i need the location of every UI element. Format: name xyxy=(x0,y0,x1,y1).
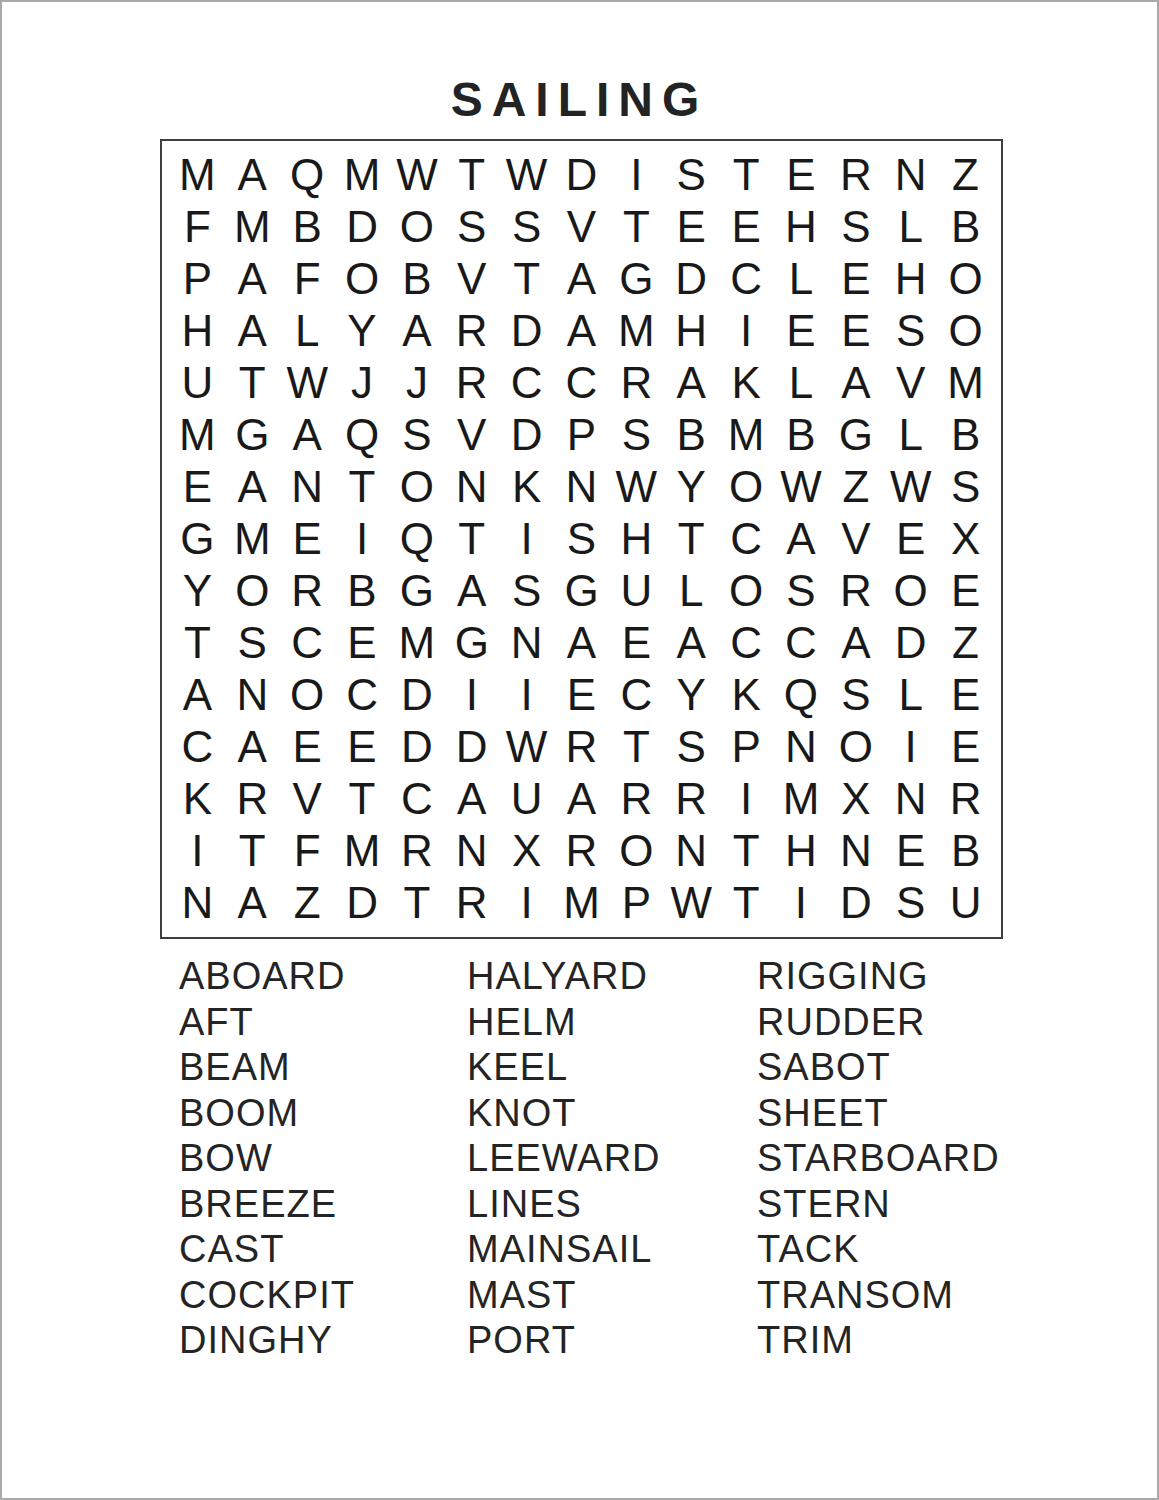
grid-cell: R xyxy=(938,773,993,825)
grid-cell: S xyxy=(664,149,719,201)
grid-cell: I xyxy=(499,669,554,721)
grid-cell: E xyxy=(280,721,335,773)
word-list-column-3: RIGGINGRUDDERSABOTSHEETSTARBOARDSTERNTAC… xyxy=(757,954,1000,1364)
grid-cell: C xyxy=(499,357,554,409)
grid-cell: B xyxy=(938,825,993,877)
grid-cell: T xyxy=(225,357,280,409)
grid-cell: C xyxy=(609,669,664,721)
grid-cell: U xyxy=(499,773,554,825)
grid-cell: Y xyxy=(170,565,225,617)
grid-cell: A xyxy=(225,721,280,773)
grid-cell: O xyxy=(280,669,335,721)
grid-cell: M xyxy=(389,617,444,669)
grid-cell: T xyxy=(664,513,719,565)
grid-cell: G xyxy=(225,409,280,461)
grid-cell: K xyxy=(719,357,774,409)
grid-cell: C xyxy=(719,513,774,565)
grid-cell: V xyxy=(883,357,938,409)
grid-cell: U xyxy=(170,357,225,409)
grid-cell: V xyxy=(280,773,335,825)
grid-cell: C xyxy=(719,253,774,305)
grid-cell: B xyxy=(280,201,335,253)
grid-cell: E xyxy=(774,149,829,201)
grid-cell: S xyxy=(774,565,829,617)
word-list-item: TRIM xyxy=(757,1318,1000,1364)
grid-cell: G xyxy=(828,409,883,461)
grid-cell: L xyxy=(883,409,938,461)
grid-cell: D xyxy=(883,617,938,669)
grid-cell: A xyxy=(225,253,280,305)
grid-cell: A xyxy=(225,877,280,929)
grid-cell: R xyxy=(609,773,664,825)
grid-cell: I xyxy=(719,305,774,357)
grid-cell: T xyxy=(609,201,664,253)
grid-cell: V xyxy=(828,513,883,565)
grid-cell: O xyxy=(225,565,280,617)
word-list-item: CAST xyxy=(179,1227,467,1273)
grid-cell: S xyxy=(883,877,938,929)
word-list-item: SABOT xyxy=(757,1045,1000,1091)
grid-cell: T xyxy=(444,513,499,565)
grid-cell: T xyxy=(719,149,774,201)
grid-cell: I xyxy=(719,773,774,825)
word-list-item: KNOT xyxy=(467,1091,757,1137)
grid-cell: R xyxy=(609,357,664,409)
word-list-item: HELM xyxy=(467,1000,757,1046)
grid-cell: E xyxy=(664,201,719,253)
grid-cell: U xyxy=(609,565,664,617)
grid-cell: C xyxy=(170,721,225,773)
grid-cell: A xyxy=(280,409,335,461)
word-list-item: BREEZE xyxy=(179,1182,467,1228)
grid-cell: Q xyxy=(389,513,444,565)
grid-cell: V xyxy=(444,409,499,461)
grid-cell: P xyxy=(170,253,225,305)
grid-cell: D xyxy=(389,669,444,721)
word-list-item: STERN xyxy=(757,1182,1000,1228)
grid-cell: E xyxy=(280,513,335,565)
grid-cell: C xyxy=(335,669,390,721)
grid-cell: W xyxy=(499,149,554,201)
grid-cell: T xyxy=(719,825,774,877)
grid-cell: I xyxy=(499,877,554,929)
grid-cell: E xyxy=(335,721,390,773)
grid-cell: W xyxy=(664,877,719,929)
grid-cell: E xyxy=(828,253,883,305)
grid-cell: I xyxy=(774,877,829,929)
grid-cell: A xyxy=(828,357,883,409)
grid-cell: B xyxy=(774,409,829,461)
grid-cell: G xyxy=(554,565,609,617)
grid-cell: N xyxy=(280,461,335,513)
grid-cell: W xyxy=(774,461,829,513)
grid-cell: N xyxy=(554,461,609,513)
grid-cell: O xyxy=(389,461,444,513)
grid-cell: L xyxy=(280,305,335,357)
word-list: ABOARDAFTBEAMBOOMBOWBREEZECASTCOCKPITDIN… xyxy=(179,954,1000,1364)
grid-cell: T xyxy=(389,877,444,929)
grid-cell: E xyxy=(774,305,829,357)
grid-cell: I xyxy=(444,669,499,721)
grid-cell: A xyxy=(664,617,719,669)
grid-cell: D xyxy=(444,721,499,773)
grid-cell: S xyxy=(499,201,554,253)
grid-cell: T xyxy=(335,461,390,513)
grid-cell: O xyxy=(609,825,664,877)
grid-cell: M xyxy=(335,149,390,201)
grid-cell: S xyxy=(225,617,280,669)
grid-cell: M xyxy=(719,409,774,461)
grid-cell: I xyxy=(883,721,938,773)
grid-cell: T xyxy=(170,617,225,669)
word-search-grid: MAQMWTWDISTERNZFMBDOSSVTEEHSLBPAFOBVTAGD… xyxy=(160,139,1003,939)
grid-cell: D xyxy=(499,305,554,357)
grid-cell: O xyxy=(938,253,993,305)
grid-cell: P xyxy=(554,409,609,461)
grid-cell: R xyxy=(444,877,499,929)
grid-cell: H xyxy=(774,825,829,877)
grid-cell: A xyxy=(170,669,225,721)
grid-cell: D xyxy=(499,409,554,461)
grid-cell: A xyxy=(444,565,499,617)
grid-cell: M xyxy=(170,149,225,201)
grid-cell: O xyxy=(719,461,774,513)
grid-cell: E xyxy=(938,669,993,721)
grid-cell: Z xyxy=(828,461,883,513)
grid-cell: W xyxy=(609,461,664,513)
grid-cell: Y xyxy=(664,669,719,721)
grid-cell: E xyxy=(883,825,938,877)
word-list-item: KEEL xyxy=(467,1045,757,1091)
grid-cell: C xyxy=(774,617,829,669)
word-list-item: RUDDER xyxy=(757,1000,1000,1046)
grid-cell: D xyxy=(828,877,883,929)
word-list-item: MAINSAIL xyxy=(467,1227,757,1273)
grid-cell: A xyxy=(554,773,609,825)
grid-cell: I xyxy=(170,825,225,877)
grid-cell: S xyxy=(883,305,938,357)
grid-cell: H xyxy=(883,253,938,305)
grid-cell: J xyxy=(389,357,444,409)
grid-cell: N xyxy=(883,773,938,825)
grid-cell: K xyxy=(170,773,225,825)
grid-cell: R xyxy=(444,305,499,357)
grid-cell: N xyxy=(170,877,225,929)
grid-cell: F xyxy=(170,201,225,253)
grid-cell: A xyxy=(225,305,280,357)
grid-cell: B xyxy=(664,409,719,461)
grid-cell: V xyxy=(444,253,499,305)
grid-cell: R xyxy=(828,149,883,201)
grid-cell: Q xyxy=(774,669,829,721)
grid-cell: K xyxy=(719,669,774,721)
grid-cell: P xyxy=(609,877,664,929)
grid-cell: D xyxy=(554,149,609,201)
grid-cell: N xyxy=(444,825,499,877)
grid-cell: S xyxy=(554,513,609,565)
grid-cell: F xyxy=(280,825,335,877)
grid-cell: P xyxy=(719,721,774,773)
grid-cell: E xyxy=(554,669,609,721)
grid-cell: E xyxy=(170,461,225,513)
grid-cell: A xyxy=(828,617,883,669)
grid-cell: M xyxy=(609,305,664,357)
grid-cell: S xyxy=(938,461,993,513)
grid-cell: O xyxy=(828,721,883,773)
grid-cell: Q xyxy=(335,409,390,461)
grid-cell: A xyxy=(225,461,280,513)
word-list-item: HALYARD xyxy=(467,954,757,1000)
grid-cell: R xyxy=(664,773,719,825)
grid-cell: W xyxy=(499,721,554,773)
word-list-item: SHEET xyxy=(757,1091,1000,1137)
grid-cell: V xyxy=(554,201,609,253)
grid-cell: B xyxy=(335,565,390,617)
grid-cell: N xyxy=(828,825,883,877)
grid-cell: H xyxy=(664,305,719,357)
grid-cell: R xyxy=(554,825,609,877)
grid-cell: I xyxy=(609,149,664,201)
grid-cell: S xyxy=(828,201,883,253)
grid-cell: A xyxy=(774,513,829,565)
grid-cell: W xyxy=(280,357,335,409)
grid-cell: B xyxy=(938,409,993,461)
grid-cell: S xyxy=(444,201,499,253)
word-list-item: PORT xyxy=(467,1318,757,1364)
grid-cell: W xyxy=(389,149,444,201)
grid-cell: J xyxy=(335,357,390,409)
grid-cell: Z xyxy=(938,149,993,201)
word-list-item: TRANSOM xyxy=(757,1273,1000,1319)
grid-cell: Z xyxy=(938,617,993,669)
grid-cell: T xyxy=(444,149,499,201)
grid-cell: A xyxy=(554,253,609,305)
grid-cell: G xyxy=(444,617,499,669)
grid-cell: M xyxy=(225,513,280,565)
grid-cell: W xyxy=(883,461,938,513)
grid-cell: N xyxy=(444,461,499,513)
grid-cell: T xyxy=(499,253,554,305)
grid-cell: O xyxy=(883,565,938,617)
grid-cell: A xyxy=(664,357,719,409)
grid-cell: R xyxy=(280,565,335,617)
grid-cell: D xyxy=(335,877,390,929)
grid-cell: R xyxy=(225,773,280,825)
grid-cell: L xyxy=(883,201,938,253)
grid-cell: O xyxy=(938,305,993,357)
grid-cell: Y xyxy=(335,305,390,357)
grid-cell: D xyxy=(389,721,444,773)
grid-cell: S xyxy=(389,409,444,461)
grid-cell: E xyxy=(883,513,938,565)
grid-cell: T xyxy=(335,773,390,825)
grid-cell: T xyxy=(225,825,280,877)
word-list-item: RIGGING xyxy=(757,954,1000,1000)
grid-cell: E xyxy=(719,201,774,253)
grid-cell: B xyxy=(389,253,444,305)
grid-cell: A xyxy=(389,305,444,357)
grid-cell: A xyxy=(554,617,609,669)
grid-cell: E xyxy=(938,565,993,617)
grid-cell: C xyxy=(719,617,774,669)
grid-cell: F xyxy=(280,253,335,305)
grid-cell: C xyxy=(389,773,444,825)
grid-cell: L xyxy=(883,669,938,721)
grid-cell: R xyxy=(389,825,444,877)
word-list-column-2: HALYARDHELMKEELKNOTLEEWARDLINESMAINSAILM… xyxy=(467,954,757,1364)
grid-cell: B xyxy=(938,201,993,253)
grid-cell: G xyxy=(389,565,444,617)
grid-cell: M xyxy=(225,201,280,253)
grid-cell: G xyxy=(609,253,664,305)
grid-cell: O xyxy=(719,565,774,617)
grid-cell: L xyxy=(664,565,719,617)
grid-cell: M xyxy=(774,773,829,825)
word-list-item: BOW xyxy=(179,1136,467,1182)
grid-cell: G xyxy=(170,513,225,565)
word-list-item: BOOM xyxy=(179,1091,467,1137)
grid-cell: S xyxy=(499,565,554,617)
grid-cell: O xyxy=(335,253,390,305)
grid-cell: C xyxy=(280,617,335,669)
grid-cell: T xyxy=(719,877,774,929)
grid-cell: I xyxy=(335,513,390,565)
grid-cell: S xyxy=(664,721,719,773)
grid-cell: L xyxy=(774,253,829,305)
grid-cell: H xyxy=(609,513,664,565)
grid-cell: H xyxy=(170,305,225,357)
grid-cell: S xyxy=(828,669,883,721)
word-list-item: STARBOARD xyxy=(757,1136,1000,1182)
puzzle-page: SAILING MAQMWTWDISTERNZFMBDOSSVTEEHSLBPA… xyxy=(0,0,1159,1500)
word-list-item: BEAM xyxy=(179,1045,467,1091)
grid-cell: Z xyxy=(280,877,335,929)
word-list-item: MAST xyxy=(467,1273,757,1319)
grid-cell: E xyxy=(335,617,390,669)
word-list-item: LINES xyxy=(467,1182,757,1228)
word-list-item: TACK xyxy=(757,1227,1000,1273)
puzzle-title: SAILING xyxy=(2,74,1157,126)
grid-cell: S xyxy=(609,409,664,461)
grid-cell: T xyxy=(609,721,664,773)
grid-cell: H xyxy=(774,201,829,253)
grid-cell: M xyxy=(938,357,993,409)
grid-cell: N xyxy=(664,825,719,877)
grid-cell: X xyxy=(938,513,993,565)
grid-cell: E xyxy=(609,617,664,669)
word-list-item: LEEWARD xyxy=(467,1136,757,1182)
word-list-item: DINGHY xyxy=(179,1318,467,1364)
grid-cell: E xyxy=(938,721,993,773)
grid-cell: M xyxy=(554,877,609,929)
grid-cell: R xyxy=(828,565,883,617)
word-list-column-1: ABOARDAFTBEAMBOOMBOWBREEZECASTCOCKPITDIN… xyxy=(179,954,467,1364)
word-list-item: ABOARD xyxy=(179,954,467,1000)
grid-cell: O xyxy=(389,201,444,253)
word-list-item: COCKPIT xyxy=(179,1273,467,1319)
grid-cell: M xyxy=(170,409,225,461)
word-list-item: AFT xyxy=(179,1000,467,1046)
grid-cell: A xyxy=(444,773,499,825)
grid-cell: Y xyxy=(664,461,719,513)
grid-cell: Q xyxy=(280,149,335,201)
grid-cell: A xyxy=(225,149,280,201)
grid-cell: M xyxy=(335,825,390,877)
grid-cell: D xyxy=(664,253,719,305)
grid-cell: L xyxy=(774,357,829,409)
grid-cell: N xyxy=(774,721,829,773)
grid-cell: R xyxy=(444,357,499,409)
grid-cell: C xyxy=(554,357,609,409)
grid-cell: N xyxy=(225,669,280,721)
grid-cell: U xyxy=(938,877,993,929)
grid-cell: K xyxy=(499,461,554,513)
grid-cell: N xyxy=(499,617,554,669)
grid-cell: E xyxy=(828,305,883,357)
grid-cell: D xyxy=(335,201,390,253)
grid-cell: X xyxy=(499,825,554,877)
grid-cell: N xyxy=(883,149,938,201)
grid-cell: I xyxy=(499,513,554,565)
grid-cell: A xyxy=(554,305,609,357)
grid-cell: X xyxy=(828,773,883,825)
grid-cell: R xyxy=(554,721,609,773)
